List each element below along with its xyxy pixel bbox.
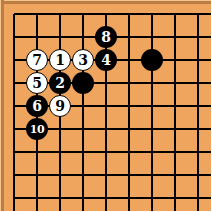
intersection (164, 141, 187, 164)
stone-black-move-6: 6 (26, 95, 48, 117)
move-number: 4 (101, 53, 111, 67)
go-board: 12345678910 (0, 0, 211, 211)
intersection (26, 210, 49, 212)
intersection (141, 72, 164, 95)
move-number: 2 (55, 76, 65, 90)
intersection (187, 49, 210, 72)
intersection (210, 187, 212, 210)
intersection (26, 3, 49, 26)
intersection (72, 26, 95, 49)
intersection (49, 187, 72, 210)
intersection (210, 72, 212, 95)
intersection (26, 187, 49, 210)
intersection (164, 72, 187, 95)
intersection (141, 141, 164, 164)
intersection (118, 26, 141, 49)
intersection (187, 118, 210, 141)
intersection (118, 210, 141, 212)
move-number: 5 (32, 76, 42, 90)
stone-black-move-2: 2 (49, 72, 71, 94)
intersection (95, 210, 118, 212)
intersection (164, 95, 187, 118)
intersection (3, 72, 26, 95)
intersection (3, 210, 26, 212)
intersection (72, 95, 95, 118)
intersection (118, 95, 141, 118)
intersection (164, 26, 187, 49)
move-number: 3 (78, 53, 88, 67)
stone-black-move-10: 10 (26, 118, 48, 140)
intersection (187, 72, 210, 95)
intersection (187, 210, 210, 212)
move-number: 1 (55, 53, 65, 67)
intersection (95, 187, 118, 210)
stone-white-move-7: 7 (26, 49, 48, 71)
intersection (141, 210, 164, 212)
intersection (95, 95, 118, 118)
intersection (49, 210, 72, 212)
intersection (210, 164, 212, 187)
intersection (95, 141, 118, 164)
intersection (49, 26, 72, 49)
intersection (3, 164, 26, 187)
board-edge-left (0, 0, 4, 211)
stone-white-move-1: 1 (49, 49, 71, 71)
intersection (72, 3, 95, 26)
intersection (49, 141, 72, 164)
move-number: 8 (101, 30, 111, 44)
intersection (164, 49, 187, 72)
intersection (3, 49, 26, 72)
intersection (210, 118, 212, 141)
intersection (49, 118, 72, 141)
intersection (3, 3, 26, 26)
stone-black-setup (141, 49, 163, 71)
intersection (210, 3, 212, 26)
intersection (187, 95, 210, 118)
intersection (49, 3, 72, 26)
intersection (95, 164, 118, 187)
intersection (187, 26, 210, 49)
intersection (164, 3, 187, 26)
intersection (72, 141, 95, 164)
intersection (72, 164, 95, 187)
stone-white-move-9: 9 (49, 95, 71, 117)
move-number: 6 (32, 99, 42, 113)
intersection (95, 72, 118, 95)
intersection (72, 118, 95, 141)
intersection (141, 187, 164, 210)
intersection (164, 187, 187, 210)
intersection (118, 164, 141, 187)
intersection (141, 118, 164, 141)
intersection (141, 26, 164, 49)
board-edge-top (0, 0, 211, 4)
move-number: 9 (55, 99, 65, 113)
intersection (210, 49, 212, 72)
intersection (141, 95, 164, 118)
intersection (26, 164, 49, 187)
stone-black-move-8: 8 (95, 26, 117, 48)
intersection (3, 26, 26, 49)
intersection (26, 26, 49, 49)
move-number: 7 (32, 53, 42, 67)
intersection (141, 3, 164, 26)
intersection (95, 3, 118, 26)
intersection (118, 118, 141, 141)
intersection (3, 118, 26, 141)
intersection (210, 141, 212, 164)
intersection (210, 26, 212, 49)
intersection (118, 187, 141, 210)
intersection (3, 95, 26, 118)
intersection (164, 210, 187, 212)
intersection (95, 118, 118, 141)
intersection (118, 49, 141, 72)
intersection (187, 187, 210, 210)
intersection (72, 210, 95, 212)
move-number: 10 (30, 124, 44, 135)
intersection (187, 3, 210, 26)
intersection (187, 141, 210, 164)
intersection (164, 164, 187, 187)
intersection (210, 95, 212, 118)
intersection (118, 72, 141, 95)
intersection (210, 210, 212, 212)
intersection (72, 187, 95, 210)
intersection (3, 141, 26, 164)
stone-white-move-3: 3 (72, 49, 94, 71)
intersection (187, 164, 210, 187)
stone-white-move-5: 5 (26, 72, 48, 94)
intersection (118, 141, 141, 164)
intersection (49, 164, 72, 187)
intersection (141, 164, 164, 187)
intersection (26, 141, 49, 164)
intersection (164, 118, 187, 141)
stone-black-move-4: 4 (95, 49, 117, 71)
intersection (118, 3, 141, 26)
stone-black-setup (72, 72, 94, 94)
intersection (3, 187, 26, 210)
